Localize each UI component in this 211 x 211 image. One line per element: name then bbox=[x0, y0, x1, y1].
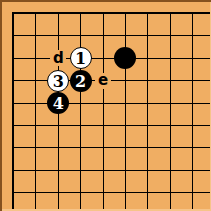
grid-cell bbox=[69, 159, 91, 181]
grid-cell bbox=[181, 181, 203, 203]
grid-cell bbox=[25, 181, 47, 203]
board-frame-left bbox=[0, 0, 2, 211]
grid-cell bbox=[47, 114, 69, 136]
grid-cell bbox=[92, 47, 114, 69]
grid-cell bbox=[92, 2, 114, 24]
grid-cell bbox=[47, 159, 69, 181]
go-board: de1324 bbox=[2, 2, 211, 211]
grid-cell bbox=[47, 137, 69, 159]
label-point-d: d bbox=[50, 50, 66, 66]
grid-cell bbox=[159, 159, 181, 181]
grid-cell bbox=[159, 137, 181, 159]
grid-cell bbox=[2, 137, 24, 159]
grid-cell bbox=[92, 92, 114, 114]
grid-cell bbox=[25, 114, 47, 136]
grid-cell bbox=[92, 159, 114, 181]
grid-cell bbox=[47, 25, 69, 47]
grid-cell bbox=[2, 69, 24, 91]
grid-cell bbox=[69, 137, 91, 159]
grid-cell bbox=[137, 114, 159, 136]
stone-white-1: 1 bbox=[70, 47, 92, 69]
board-cut-edge-right bbox=[210, 2, 211, 211]
grid-cell bbox=[2, 114, 24, 136]
grid-cell bbox=[181, 25, 203, 47]
grid-cell bbox=[114, 181, 136, 203]
grid-cell bbox=[137, 25, 159, 47]
grid-cell bbox=[69, 181, 91, 203]
board-cut-edge-bottom bbox=[2, 209, 211, 211]
board-frame-top bbox=[0, 0, 211, 2]
grid-cell bbox=[159, 69, 181, 91]
grid-cell bbox=[2, 47, 24, 69]
grid-cell bbox=[181, 114, 203, 136]
grid-cell bbox=[2, 2, 24, 24]
grid-cell bbox=[181, 69, 203, 91]
grid-cell bbox=[181, 47, 203, 69]
grid-cell bbox=[181, 2, 203, 24]
grid-cell bbox=[69, 92, 91, 114]
grid-cell bbox=[69, 25, 91, 47]
grid-cell bbox=[92, 181, 114, 203]
grid-cell bbox=[114, 114, 136, 136]
stone-black-2: 2 bbox=[70, 70, 92, 92]
grid-cell bbox=[137, 92, 159, 114]
grid-cell bbox=[181, 159, 203, 181]
grid-cell bbox=[69, 114, 91, 136]
stone-white-3: 3 bbox=[47, 70, 69, 92]
grid-cell bbox=[92, 25, 114, 47]
grid-cell bbox=[25, 47, 47, 69]
grid-cell bbox=[159, 2, 181, 24]
grid-cell bbox=[47, 2, 69, 24]
grid-cell bbox=[137, 2, 159, 24]
grid-cell bbox=[25, 159, 47, 181]
grid-cell bbox=[2, 92, 24, 114]
grid-cell bbox=[159, 47, 181, 69]
grid-cell bbox=[2, 159, 24, 181]
grid-cell bbox=[159, 114, 181, 136]
grid-cell bbox=[114, 2, 136, 24]
grid-cell bbox=[25, 69, 47, 91]
label-point-e: e bbox=[95, 73, 111, 89]
grid-cell bbox=[137, 159, 159, 181]
grid-cell bbox=[137, 137, 159, 159]
grid-cell bbox=[159, 181, 181, 203]
grid-cell bbox=[2, 181, 24, 203]
grid-cell bbox=[114, 69, 136, 91]
grid-cell bbox=[181, 92, 203, 114]
grid-cell bbox=[69, 2, 91, 24]
grid-cell bbox=[92, 114, 114, 136]
grid-cell bbox=[114, 137, 136, 159]
grid-cell bbox=[114, 92, 136, 114]
grid-cell bbox=[47, 181, 69, 203]
grid-cell bbox=[25, 2, 47, 24]
grid-cell bbox=[159, 92, 181, 114]
grid-cell bbox=[25, 25, 47, 47]
grid-cell bbox=[159, 25, 181, 47]
grid-cell bbox=[92, 137, 114, 159]
grid-cell bbox=[114, 159, 136, 181]
grid-cell bbox=[137, 181, 159, 203]
grid-cell bbox=[137, 47, 159, 69]
grid-cell bbox=[114, 25, 136, 47]
grid-cell bbox=[137, 69, 159, 91]
grid-cell bbox=[181, 137, 203, 159]
grid-cell bbox=[25, 137, 47, 159]
go-corner-diagram: de1324 bbox=[0, 0, 211, 211]
grid-cell bbox=[2, 25, 24, 47]
grid-cell bbox=[25, 92, 47, 114]
